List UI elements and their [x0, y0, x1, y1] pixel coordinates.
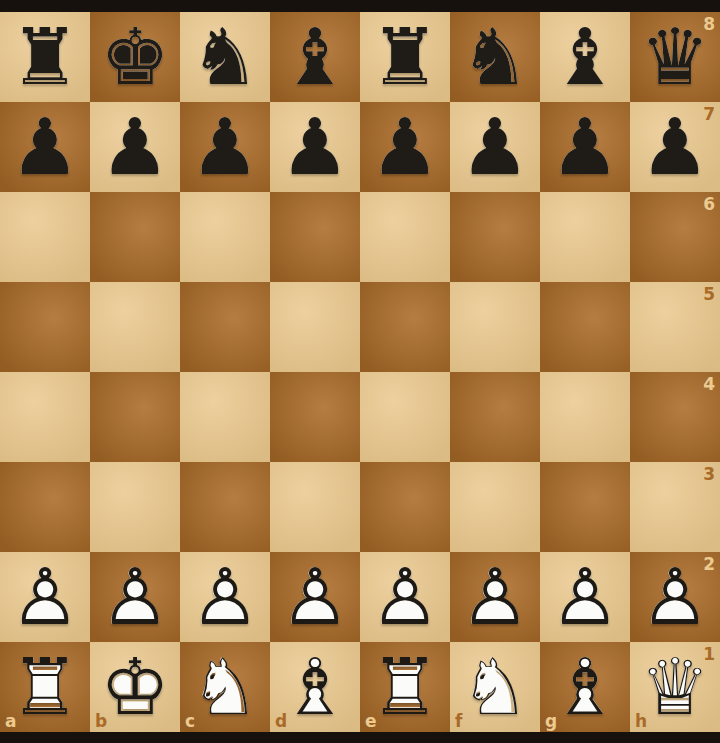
square-b7[interactable]: ♟♟: [90, 102, 180, 192]
piece-detail-layer: ♟: [90, 102, 180, 192]
square-e5[interactable]: [360, 282, 450, 372]
square-g2[interactable]: ♟♙: [540, 552, 630, 642]
square-h2[interactable]: ♟♙2: [630, 552, 720, 642]
piece-detail-layer: ♗: [270, 642, 360, 732]
piece-detail-layer: ♞: [180, 12, 270, 102]
square-d7[interactable]: ♟♟: [270, 102, 360, 192]
square-b4[interactable]: [90, 372, 180, 462]
square-c6[interactable]: [180, 192, 270, 282]
white-pawn[interactable]: ♟♙: [90, 552, 180, 642]
black-pawn[interactable]: ♟♟: [360, 102, 450, 192]
square-f8[interactable]: ♞♞: [450, 12, 540, 102]
piece-detail-layer: ♖: [360, 642, 450, 732]
black-rook[interactable]: ♜♜: [360, 12, 450, 102]
white-pawn[interactable]: ♟♙: [270, 552, 360, 642]
piece-detail-layer: ♜: [360, 12, 450, 102]
square-d1[interactable]: ♝♗d: [270, 642, 360, 732]
square-d4[interactable]: [270, 372, 360, 462]
square-d5[interactable]: [270, 282, 360, 372]
square-c1[interactable]: ♞♘c: [180, 642, 270, 732]
square-e3[interactable]: [360, 462, 450, 552]
white-pawn[interactable]: ♟♙: [360, 552, 450, 642]
square-b3[interactable]: [90, 462, 180, 552]
square-c4[interactable]: [180, 372, 270, 462]
piece-detail-layer: ♘: [450, 642, 540, 732]
piece-detail-layer: ♕: [630, 642, 720, 732]
bottom-frame: [0, 732, 720, 743]
square-h4[interactable]: 4: [630, 372, 720, 462]
piece-detail-layer: ♟: [450, 102, 540, 192]
square-g1[interactable]: ♝♗g: [540, 642, 630, 732]
square-c2[interactable]: ♟♙: [180, 552, 270, 642]
white-bishop[interactable]: ♝♗: [270, 642, 360, 732]
square-h6[interactable]: 6: [630, 192, 720, 282]
square-g5[interactable]: [540, 282, 630, 372]
square-h7[interactable]: ♟♟7: [630, 102, 720, 192]
square-h5[interactable]: 5: [630, 282, 720, 372]
black-pawn[interactable]: ♟♟: [630, 102, 720, 192]
rank-label-4: 4: [703, 374, 715, 394]
square-e6[interactable]: [360, 192, 450, 282]
piece-detail-layer: ♙: [630, 552, 720, 642]
square-f3[interactable]: [450, 462, 540, 552]
square-f2[interactable]: ♟♙: [450, 552, 540, 642]
square-c3[interactable]: [180, 462, 270, 552]
square-g4[interactable]: [540, 372, 630, 462]
piece-detail-layer: ♟: [180, 102, 270, 192]
white-pawn[interactable]: ♟♙: [0, 552, 90, 642]
white-pawn[interactable]: ♟♙: [630, 552, 720, 642]
piece-detail-layer: ♖: [0, 642, 90, 732]
black-king[interactable]: ♚♚: [90, 12, 180, 102]
piece-detail-layer: ♚: [90, 12, 180, 102]
piece-detail-layer: ♙: [450, 552, 540, 642]
square-c8[interactable]: ♞♞: [180, 12, 270, 102]
square-e7[interactable]: ♟♟: [360, 102, 450, 192]
square-f4[interactable]: [450, 372, 540, 462]
square-a3[interactable]: [0, 462, 90, 552]
square-e8[interactable]: ♜♜: [360, 12, 450, 102]
black-pawn[interactable]: ♟♟: [450, 102, 540, 192]
black-bishop[interactable]: ♝♝: [540, 12, 630, 102]
white-pawn[interactable]: ♟♙: [540, 552, 630, 642]
square-d8[interactable]: ♝♝: [270, 12, 360, 102]
square-a6[interactable]: [0, 192, 90, 282]
piece-detail-layer: ♘: [180, 642, 270, 732]
square-f6[interactable]: [450, 192, 540, 282]
square-a7[interactable]: ♟♟: [0, 102, 90, 192]
white-king[interactable]: ♚♔: [90, 642, 180, 732]
white-bishop[interactable]: ♝♗: [540, 642, 630, 732]
piece-detail-layer: ♝: [540, 12, 630, 102]
piece-detail-layer: ♙: [180, 552, 270, 642]
square-e2[interactable]: ♟♙: [360, 552, 450, 642]
square-f5[interactable]: [450, 282, 540, 372]
square-a8[interactable]: ♜♜: [0, 12, 90, 102]
piece-detail-layer: ♝: [270, 12, 360, 102]
black-bishop[interactable]: ♝♝: [270, 12, 360, 102]
top-frame: [0, 0, 720, 12]
square-a2[interactable]: ♟♙: [0, 552, 90, 642]
square-c5[interactable]: [180, 282, 270, 372]
black-pawn[interactable]: ♟♟: [0, 102, 90, 192]
black-pawn[interactable]: ♟♟: [540, 102, 630, 192]
piece-detail-layer: ♟: [360, 102, 450, 192]
piece-detail-layer: ♙: [90, 552, 180, 642]
rank-label-6: 6: [703, 194, 715, 214]
board: ♜♜♚♚♞♞♝♝♜♜♞♞♝♝♛♛8♟♟♟♟♟♟♟♟♟♟♟♟♟♟♟♟76543♟♙…: [0, 12, 720, 732]
square-h1[interactable]: ♛♕1h: [630, 642, 720, 732]
black-pawn[interactable]: ♟♟: [270, 102, 360, 192]
square-f1[interactable]: ♞♘f: [450, 642, 540, 732]
square-a5[interactable]: [0, 282, 90, 372]
piece-detail-layer: ♔: [90, 642, 180, 732]
black-knight[interactable]: ♞♞: [450, 12, 540, 102]
square-e1[interactable]: ♜♖e: [360, 642, 450, 732]
piece-detail-layer: ♙: [540, 552, 630, 642]
square-a4[interactable]: [0, 372, 90, 462]
square-b5[interactable]: [90, 282, 180, 372]
piece-detail-layer: ♞: [450, 12, 540, 102]
white-rook[interactable]: ♜♖: [0, 642, 90, 732]
square-d2[interactable]: ♟♙: [270, 552, 360, 642]
black-queen[interactable]: ♛♛: [630, 12, 720, 102]
square-d3[interactable]: [270, 462, 360, 552]
white-knight[interactable]: ♞♘: [180, 642, 270, 732]
square-g3[interactable]: [540, 462, 630, 552]
piece-detail-layer: ♗: [540, 642, 630, 732]
square-b1[interactable]: ♚♔b: [90, 642, 180, 732]
square-b8[interactable]: ♚♚: [90, 12, 180, 102]
piece-detail-layer: ♙: [360, 552, 450, 642]
piece-detail-layer: ♙: [270, 552, 360, 642]
square-c7[interactable]: ♟♟: [180, 102, 270, 192]
square-a1[interactable]: ♜♖a: [0, 642, 90, 732]
square-b6[interactable]: [90, 192, 180, 282]
square-g8[interactable]: ♝♝: [540, 12, 630, 102]
square-g6[interactable]: [540, 192, 630, 282]
white-knight[interactable]: ♞♘: [450, 642, 540, 732]
white-queen[interactable]: ♛♕: [630, 642, 720, 732]
black-rook[interactable]: ♜♜: [0, 12, 90, 102]
piece-detail-layer: ♟: [540, 102, 630, 192]
black-knight[interactable]: ♞♞: [180, 12, 270, 102]
black-pawn[interactable]: ♟♟: [180, 102, 270, 192]
white-pawn[interactable]: ♟♙: [450, 552, 540, 642]
piece-detail-layer: ♟: [630, 102, 720, 192]
piece-detail-layer: ♟: [270, 102, 360, 192]
square-g7[interactable]: ♟♟: [540, 102, 630, 192]
piece-detail-layer: ♙: [0, 552, 90, 642]
square-e4[interactable]: [360, 372, 450, 462]
rank-label-3: 3: [703, 464, 715, 484]
black-pawn[interactable]: ♟♟: [90, 102, 180, 192]
square-f7[interactable]: ♟♟: [450, 102, 540, 192]
rank-label-5: 5: [703, 284, 715, 304]
square-h8[interactable]: ♛♛8: [630, 12, 720, 102]
piece-detail-layer: ♜: [0, 12, 90, 102]
piece-detail-layer: ♟: [0, 102, 90, 192]
square-b2[interactable]: ♟♙: [90, 552, 180, 642]
white-rook[interactable]: ♜♖: [360, 642, 450, 732]
square-d6[interactable]: [270, 192, 360, 282]
white-pawn[interactable]: ♟♙: [180, 552, 270, 642]
piece-detail-layer: ♛: [630, 12, 720, 102]
square-h3[interactable]: 3: [630, 462, 720, 552]
